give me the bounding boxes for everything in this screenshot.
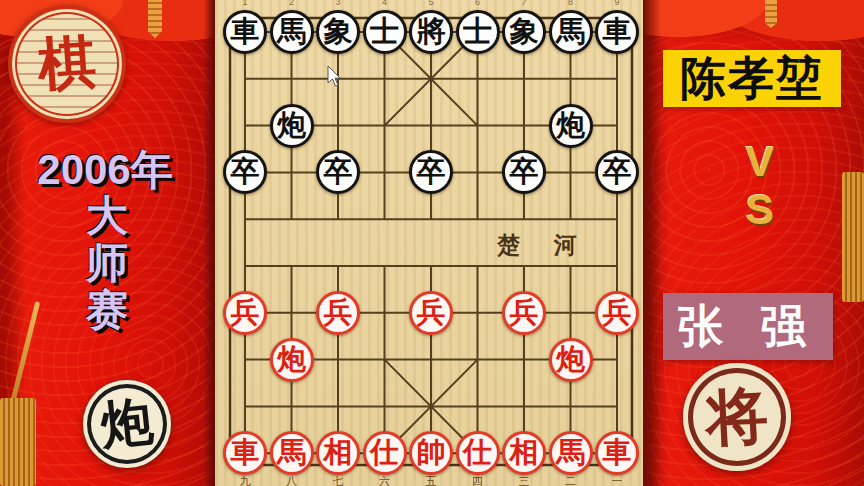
event-char-2: 师	[72, 239, 142, 286]
piece-black-象[interactable]: 象	[316, 10, 360, 54]
piece-black-炮[interactable]: 炮	[549, 104, 593, 148]
tassel-fringe-icon	[0, 398, 36, 486]
file-numeral-bottom: 六	[378, 474, 392, 486]
xiangqi-board[interactable]: 楚 河 漢 界 123456789九八七六五四三二一	[215, 0, 643, 486]
piece-black-士[interactable]: 士	[363, 10, 407, 54]
event-year-label: 2006年	[0, 142, 210, 198]
piece-red-仕[interactable]: 仕	[363, 431, 407, 475]
piece-red-帥[interactable]: 帥	[409, 431, 453, 475]
piece-red-炮[interactable]: 炮	[270, 338, 314, 382]
piece-red-仕[interactable]: 仕	[456, 431, 500, 475]
event-char-1: 大	[72, 192, 142, 239]
tassel-icon	[765, 0, 777, 28]
video-frame: 棋 2006年 大 师 赛 炮 楚 河 漢 界 123456789九八七六五四三…	[0, 0, 864, 486]
player-name-banner-bottom: 张 强	[663, 293, 833, 360]
piece-red-馬[interactable]: 馬	[270, 431, 314, 475]
piece-red-兵[interactable]: 兵	[409, 291, 453, 335]
vs-letter-s: S	[738, 186, 782, 234]
file-number-top: 6	[472, 0, 484, 7]
decor-cannon-piece: 炮	[83, 380, 171, 468]
file-numeral-bottom: 二	[564, 474, 578, 486]
file-number-top: 1	[239, 0, 251, 7]
decor-general-piece: 将	[683, 363, 791, 471]
left-curtain-panel: 棋 2006年 大 师 赛 炮	[0, 0, 215, 486]
piece-black-車[interactable]: 車	[595, 10, 639, 54]
file-number-top: 4	[379, 0, 391, 7]
tassel-cord-icon	[9, 301, 40, 409]
piece-red-兵[interactable]: 兵	[502, 291, 546, 335]
file-number-top: 2	[286, 0, 298, 7]
piece-black-馬[interactable]: 馬	[270, 10, 314, 54]
piece-black-炮[interactable]: 炮	[270, 104, 314, 148]
file-numeral-bottom: 五	[424, 474, 438, 486]
file-numeral-bottom: 九	[238, 474, 252, 486]
chess-seal-logo: 棋	[8, 5, 126, 123]
piece-black-馬[interactable]: 馬	[549, 10, 593, 54]
river-label-chu-he: 楚 河	[497, 230, 591, 261]
curtain-fold-shadow	[203, 0, 215, 486]
piece-red-相[interactable]: 相	[316, 431, 360, 475]
piece-black-將[interactable]: 將	[409, 10, 453, 54]
piece-red-兵[interactable]: 兵	[595, 291, 639, 335]
piece-red-炮[interactable]: 炮	[549, 338, 593, 382]
file-number-top: 9	[611, 0, 623, 7]
piece-red-相[interactable]: 相	[502, 431, 546, 475]
piece-red-車[interactable]: 車	[223, 431, 267, 475]
file-numeral-bottom: 七	[331, 474, 345, 486]
file-numeral-bottom: 一	[610, 474, 624, 486]
vs-letter-v: V	[738, 138, 782, 186]
tassel-fringe-icon	[842, 172, 864, 302]
file-number-top: 7	[518, 0, 530, 7]
player-bottom-name: 张 强	[678, 296, 819, 358]
curtain-fold-shadow	[643, 0, 661, 486]
mouse-cursor-icon	[327, 66, 343, 88]
curtain-swag-right	[643, 0, 864, 46]
file-numeral-bottom: 八	[285, 474, 299, 486]
decor-general-char: 将	[704, 373, 770, 460]
file-numeral-bottom: 三	[517, 474, 531, 486]
piece-red-馬[interactable]: 馬	[549, 431, 593, 475]
player-top-name: 陈孝堃	[680, 48, 824, 110]
file-numeral-bottom: 四	[471, 474, 485, 486]
decor-cannon-char: 炮	[97, 386, 156, 461]
player-name-banner-top: 陈孝堃	[663, 50, 841, 107]
tassel-icon	[148, 0, 162, 38]
event-char-3: 赛	[72, 286, 142, 333]
piece-red-兵[interactable]: 兵	[316, 291, 360, 335]
piece-red-兵[interactable]: 兵	[223, 291, 267, 335]
piece-black-車[interactable]: 車	[223, 10, 267, 54]
piece-black-象[interactable]: 象	[502, 10, 546, 54]
file-number-top: 3	[332, 0, 344, 7]
piece-red-車[interactable]: 車	[595, 431, 639, 475]
logo-character: 棋	[35, 23, 98, 105]
event-title-vertical: 大 师 赛	[72, 192, 142, 333]
file-number-top: 5	[425, 0, 437, 7]
piece-black-士[interactable]: 士	[456, 10, 500, 54]
file-number-top: 8	[565, 0, 577, 7]
